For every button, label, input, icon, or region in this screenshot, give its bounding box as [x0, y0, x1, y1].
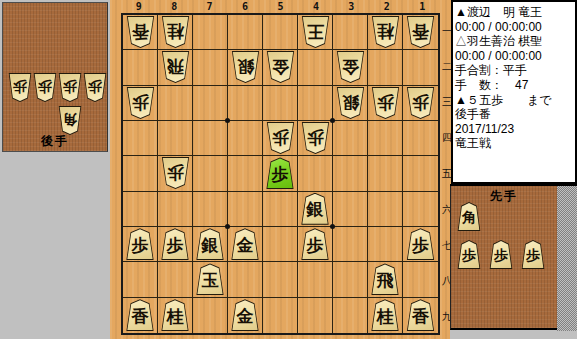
info-line: 00:00 / 00:00:00	[455, 49, 573, 64]
koma-glyph: 歩	[33, 80, 57, 94]
koma-glyph: 歩	[58, 80, 82, 94]
square-18	[403, 262, 438, 297]
koma-gote-銀[interactable]: 銀	[231, 51, 260, 83]
koma-gote-歩[interactable]: 歩	[266, 122, 295, 154]
square-66	[228, 192, 263, 227]
koma-glyph: 飛	[371, 272, 400, 289]
square-22	[368, 50, 403, 85]
koma-sente-金[interactable]: 金	[231, 299, 260, 331]
koma-gote-歩[interactable]: 歩	[33, 73, 57, 102]
file-label: 3	[334, 0, 369, 13]
info-panel: ▲渡辺 明 竜王00:00 / 00:00:00△羽生善治 棋聖00:00 / …	[451, 0, 577, 184]
square-34	[333, 121, 368, 156]
koma-glyph: 金	[231, 236, 260, 253]
square-94	[123, 121, 158, 156]
info-line: 手合割：平手	[455, 63, 573, 78]
koma-glyph: 香	[406, 23, 435, 40]
square-16	[403, 192, 438, 227]
koma-gote-歩[interactable]: 歩	[126, 87, 155, 119]
square-17: 歩	[403, 227, 438, 262]
square-21: 桂	[368, 15, 403, 50]
koma-gote-歩[interactable]: 歩	[406, 87, 435, 119]
info-line: ▲５五歩 まで	[455, 93, 573, 108]
square-44: 歩	[298, 121, 333, 156]
koma-sente-銀[interactable]: 銀	[301, 193, 330, 225]
square-88	[158, 262, 193, 297]
info-line: 竜王戦	[455, 136, 573, 151]
koma-sente-桂[interactable]: 桂	[371, 299, 400, 331]
square-72	[193, 50, 228, 85]
koma-gote-桂[interactable]: 桂	[161, 16, 190, 48]
koma-glyph: 歩	[371, 94, 400, 111]
koma-gote-歩[interactable]: 歩	[161, 157, 190, 189]
square-53	[263, 86, 298, 121]
koma-glyph: 歩	[301, 236, 330, 253]
koma-glyph: 銀	[231, 58, 260, 75]
square-69: 金	[228, 298, 263, 333]
koma-gote-飛[interactable]: 飛	[161, 51, 190, 83]
square-13: 歩	[403, 86, 438, 121]
koma-glyph: 銀	[336, 94, 365, 111]
koma-glyph: 香	[126, 23, 155, 40]
koma-sente-歩[interactable]: 歩	[161, 228, 190, 260]
koma-sente-玉[interactable]: 玉	[196, 263, 225, 295]
koma-gote-香[interactable]: 香	[406, 16, 435, 48]
square-54: 歩	[263, 121, 298, 156]
koma-sente-歩[interactable]: 歩	[489, 240, 513, 269]
koma-glyph: 歩	[406, 236, 435, 253]
square-79	[193, 298, 228, 333]
koma-sente-角[interactable]: 角	[457, 202, 481, 231]
square-85: 歩	[158, 156, 193, 191]
square-82: 飛	[158, 50, 193, 85]
info-line: 後手番	[455, 107, 573, 122]
info-line: △羽生善治 棋聖	[455, 34, 573, 49]
koma-sente-銀[interactable]: 銀	[196, 228, 225, 260]
koma-sente-歩[interactable]: 歩	[126, 228, 155, 260]
info-line: 手 数： 47	[455, 78, 573, 93]
square-45	[298, 156, 333, 191]
star-point	[225, 118, 230, 123]
square-95	[123, 156, 158, 191]
square-68	[228, 262, 263, 297]
square-47: 歩	[298, 227, 333, 262]
file-label: 8	[156, 0, 191, 13]
square-33: 銀	[333, 86, 368, 121]
square-64	[228, 121, 263, 156]
square-49	[298, 298, 333, 333]
koma-glyph: 歩	[457, 248, 481, 262]
koma-glyph: 桂	[161, 307, 190, 324]
square-84	[158, 121, 193, 156]
koma-glyph: 歩	[126, 236, 155, 253]
square-43	[298, 86, 333, 121]
info-line: 00:00 / 00:00:00	[455, 20, 573, 35]
koma-glyph: 玉	[196, 272, 225, 289]
info-line: 2017/11/23	[455, 122, 573, 137]
square-41: 王	[298, 15, 333, 50]
koma-glyph: 金	[231, 307, 260, 324]
square-39	[333, 298, 368, 333]
star-point	[330, 224, 335, 229]
koma-sente-歩[interactable]: 歩	[301, 228, 330, 260]
square-57	[263, 227, 298, 262]
square-36	[333, 192, 368, 227]
square-81: 桂	[158, 15, 193, 50]
gote-hand-tray: 歩歩歩歩角 後手	[2, 2, 108, 152]
koma-gote-金[interactable]: 金	[266, 51, 295, 83]
file-label: 5	[263, 0, 298, 13]
koma-sente-歩[interactable]: 歩	[457, 240, 481, 269]
square-86	[158, 192, 193, 227]
koma-glyph: 歩	[83, 80, 107, 94]
koma-sente-歩[interactable]: 歩	[406, 228, 435, 260]
koma-gote-角[interactable]: 角	[58, 106, 82, 135]
square-52: 金	[263, 50, 298, 85]
koma-glyph: 歩	[301, 129, 330, 146]
koma-sente-桂[interactable]: 桂	[161, 299, 190, 331]
gote-hand-pieces: 歩歩歩歩角	[3, 3, 107, 151]
square-38	[333, 262, 368, 297]
file-label: 7	[192, 0, 227, 13]
koma-glyph: 金	[336, 58, 365, 75]
square-74	[193, 121, 228, 156]
square-77: 銀	[193, 227, 228, 262]
sente-hand-tray: 先手 角歩歩歩	[450, 186, 557, 330]
square-42	[298, 50, 333, 85]
square-73	[193, 86, 228, 121]
square-63	[228, 86, 263, 121]
koma-sente-香[interactable]: 香	[126, 299, 155, 331]
koma-glyph: 歩	[406, 94, 435, 111]
square-26	[368, 192, 403, 227]
file-label: 2	[369, 0, 404, 13]
koma-gote-香[interactable]: 香	[126, 16, 155, 48]
shogi-viewer-window: 歩歩歩歩角 後手 987654321 一二三四五六七八九 香桂王桂香飛銀金金歩銀…	[0, 0, 577, 339]
square-35	[333, 156, 368, 191]
square-51	[263, 15, 298, 50]
square-61	[228, 15, 263, 50]
square-76	[193, 192, 228, 227]
koma-sente-金[interactable]: 金	[231, 228, 260, 260]
koma-glyph: 銀	[196, 236, 225, 253]
square-28: 飛	[368, 262, 403, 297]
square-46: 銀	[298, 192, 333, 227]
file-label: 6	[227, 0, 262, 13]
square-29: 桂	[368, 298, 403, 333]
square-93: 歩	[123, 86, 158, 121]
file-label: 9	[121, 0, 156, 13]
square-32: 金	[333, 50, 368, 85]
koma-gote-銀[interactable]: 銀	[336, 87, 365, 119]
square-24	[368, 121, 403, 156]
square-11: 香	[403, 15, 438, 50]
koma-sente-歩-lastmove[interactable]: 歩	[266, 157, 295, 189]
koma-glyph: 王	[301, 23, 330, 40]
koma-glyph: 桂	[371, 23, 400, 40]
koma-glyph: 香	[126, 307, 155, 324]
square-96	[123, 192, 158, 227]
square-31	[333, 15, 368, 50]
sente-hand-pieces: 角歩歩歩	[451, 186, 557, 328]
koma-glyph: 歩	[266, 129, 295, 146]
star-point	[225, 224, 230, 229]
koma-gote-金[interactable]: 金	[336, 51, 365, 83]
square-97: 歩	[123, 227, 158, 262]
info-line: ▲渡辺 明 竜王	[455, 5, 573, 20]
koma-glyph: 歩	[266, 166, 295, 183]
koma-glyph: 銀	[301, 201, 330, 218]
koma-glyph: 歩	[489, 248, 513, 262]
koma-gote-歩[interactable]: 歩	[83, 73, 107, 102]
koma-sente-歩[interactable]: 歩	[521, 240, 545, 269]
koma-glyph: 角	[58, 113, 82, 127]
square-75	[193, 156, 228, 191]
board-area: 987654321 一二三四五六七八九 香桂王桂香飛銀金金歩銀歩歩歩歩歩歩銀歩歩…	[110, 0, 451, 339]
koma-gote-歩[interactable]: 歩	[371, 87, 400, 119]
square-48	[298, 262, 333, 297]
square-37	[333, 227, 368, 262]
square-98	[123, 262, 158, 297]
koma-gote-歩[interactable]: 歩	[8, 73, 32, 102]
square-65	[228, 156, 263, 191]
shogi-board-grid: 香桂王桂香飛銀金金歩銀歩歩歩歩歩歩銀歩歩銀金歩歩玉飛香桂金桂香	[121, 13, 440, 335]
file-label: 1	[405, 0, 440, 13]
square-14	[403, 121, 438, 156]
square-83	[158, 86, 193, 121]
koma-gote-王[interactable]: 王	[301, 16, 330, 48]
square-87: 歩	[158, 227, 193, 262]
square-78: 玉	[193, 262, 228, 297]
square-15	[403, 156, 438, 191]
square-62: 銀	[228, 50, 263, 85]
square-92	[123, 50, 158, 85]
square-12	[403, 50, 438, 85]
file-labels: 987654321	[121, 0, 440, 13]
koma-glyph: 金	[266, 58, 295, 75]
koma-glyph: 歩	[521, 248, 545, 262]
gote-tray-label: 後手	[3, 133, 107, 150]
square-59	[263, 298, 298, 333]
square-67: 金	[228, 227, 263, 262]
square-27	[368, 227, 403, 262]
koma-gote-歩[interactable]: 歩	[58, 73, 82, 102]
square-23: 歩	[368, 86, 403, 121]
koma-glyph: 桂	[371, 307, 400, 324]
square-99: 香	[123, 298, 158, 333]
koma-glyph: 角	[457, 210, 481, 224]
square-71	[193, 15, 228, 50]
koma-gote-桂[interactable]: 桂	[371, 16, 400, 48]
file-label: 4	[298, 0, 333, 13]
square-89: 桂	[158, 298, 193, 333]
star-point	[330, 118, 335, 123]
koma-glyph: 歩	[8, 80, 32, 94]
koma-glyph: 香	[406, 307, 435, 324]
square-25	[368, 156, 403, 191]
koma-glyph: 歩	[161, 236, 190, 253]
koma-sente-飛[interactable]: 飛	[371, 263, 400, 295]
koma-glyph: 歩	[161, 164, 190, 181]
koma-gote-歩[interactable]: 歩	[301, 122, 330, 154]
square-56	[263, 192, 298, 227]
koma-glyph: 桂	[161, 23, 190, 40]
square-58	[263, 262, 298, 297]
square-91: 香	[123, 15, 158, 50]
square-19: 香	[403, 298, 438, 333]
koma-sente-香[interactable]: 香	[406, 299, 435, 331]
vertical-scrollbar[interactable]	[557, 186, 577, 331]
koma-glyph: 歩	[126, 94, 155, 111]
koma-glyph: 飛	[161, 58, 190, 75]
square-55: 歩	[263, 156, 298, 191]
